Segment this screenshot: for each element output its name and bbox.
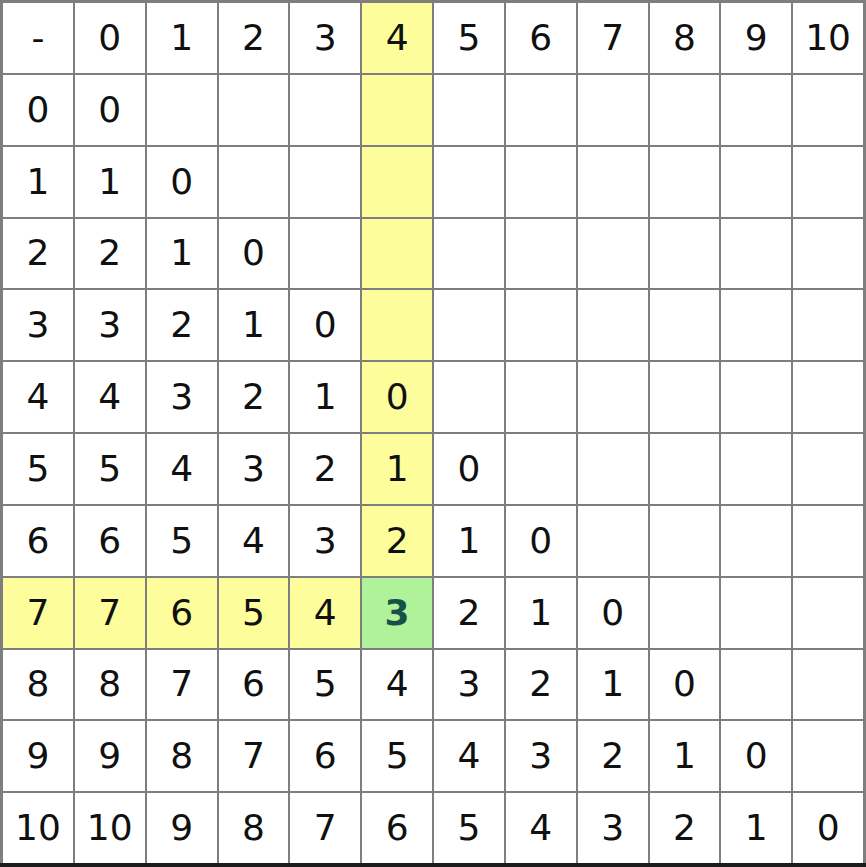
cell-r10-c9: 1 — [721, 793, 791, 863]
cell-r6-c4: 2 — [362, 506, 432, 576]
cell-r3-c1: 2 — [147, 290, 217, 360]
cell-r7-c3: 4 — [290, 578, 360, 648]
cell-r9-c2: 7 — [219, 721, 289, 791]
cell-r0-c5 — [434, 75, 504, 145]
subtraction-grid: -012345678910001102210332104432105543210… — [0, 0, 866, 867]
cell-r0-c2 — [219, 75, 289, 145]
cell-r3-c0: 3 — [75, 290, 145, 360]
cell-r4-c0: 4 — [75, 362, 145, 432]
cell-r9-c1: 8 — [147, 721, 217, 791]
cell-r0-c10 — [793, 75, 863, 145]
row-header-0: 0 — [3, 75, 73, 145]
cell-r0-c7 — [578, 75, 648, 145]
cell-r1-c1: 0 — [147, 147, 217, 217]
row-header-2: 2 — [3, 219, 73, 289]
row-header-3: 3 — [3, 290, 73, 360]
subtraction-chart: -012345678910001102210332104432105543210… — [0, 0, 866, 867]
cell-r3-c5 — [434, 290, 504, 360]
cell-r2-c3 — [290, 219, 360, 289]
cell-r1-c5 — [434, 147, 504, 217]
cell-r1-c7 — [578, 147, 648, 217]
cell-r9-c9: 0 — [721, 721, 791, 791]
cell-r7-c8 — [650, 578, 720, 648]
cell-r5-c5: 0 — [434, 434, 504, 504]
cell-r9-c8: 1 — [650, 721, 720, 791]
cell-r7-c4: 3 — [362, 578, 432, 648]
cell-r1-c3 — [290, 147, 360, 217]
cell-r7-c1: 6 — [147, 578, 217, 648]
cell-r1-c10 — [793, 147, 863, 217]
cell-r2-c1: 1 — [147, 219, 217, 289]
cell-r10-c3: 7 — [290, 793, 360, 863]
cell-r9-c4: 5 — [362, 721, 432, 791]
cell-r7-c6: 1 — [506, 578, 576, 648]
column-header-9: 9 — [721, 3, 791, 73]
cell-r10-c7: 3 — [578, 793, 648, 863]
cell-r6-c7 — [578, 506, 648, 576]
cell-r4-c5 — [434, 362, 504, 432]
cell-r5-c6 — [506, 434, 576, 504]
row-header-6: 6 — [3, 506, 73, 576]
cell-r5-c7 — [578, 434, 648, 504]
cell-r1-c4 — [362, 147, 432, 217]
cell-r2-c9 — [721, 219, 791, 289]
cell-r7-c2: 5 — [219, 578, 289, 648]
cell-r5-c2: 3 — [219, 434, 289, 504]
cell-r5-c10 — [793, 434, 863, 504]
cell-r10-c1: 9 — [147, 793, 217, 863]
cell-r10-c0: 10 — [75, 793, 145, 863]
cell-r9-c3: 6 — [290, 721, 360, 791]
cell-r4-c9 — [721, 362, 791, 432]
cell-r6-c2: 4 — [219, 506, 289, 576]
cell-r1-c8 — [650, 147, 720, 217]
row-header-8: 8 — [3, 650, 73, 720]
cell-r10-c8: 2 — [650, 793, 720, 863]
cell-r5-c8 — [650, 434, 720, 504]
corner-cell: - — [3, 3, 73, 73]
cell-r8-c6: 2 — [506, 650, 576, 720]
cell-r4-c3: 1 — [290, 362, 360, 432]
cell-r7-c0: 7 — [75, 578, 145, 648]
cell-r4-c7 — [578, 362, 648, 432]
cell-r3-c2: 1 — [219, 290, 289, 360]
cell-r5-c0: 5 — [75, 434, 145, 504]
cell-r9-c10 — [793, 721, 863, 791]
cell-r2-c5 — [434, 219, 504, 289]
cell-r8-c1: 7 — [147, 650, 217, 720]
cell-r8-c2: 6 — [219, 650, 289, 720]
cell-r3-c7 — [578, 290, 648, 360]
row-header-4: 4 — [3, 362, 73, 432]
cell-r2-c8 — [650, 219, 720, 289]
cell-r10-c2: 8 — [219, 793, 289, 863]
cell-r0-c1 — [147, 75, 217, 145]
cell-r3-c8 — [650, 290, 720, 360]
column-header-0: 0 — [75, 3, 145, 73]
cell-r5-c1: 4 — [147, 434, 217, 504]
cell-r8-c9 — [721, 650, 791, 720]
row-header-9: 9 — [3, 721, 73, 791]
cell-r10-c6: 4 — [506, 793, 576, 863]
cell-r2-c4 — [362, 219, 432, 289]
cell-r8-c10 — [793, 650, 863, 720]
cell-r3-c10 — [793, 290, 863, 360]
column-header-5: 5 — [434, 3, 504, 73]
cell-r6-c5: 1 — [434, 506, 504, 576]
cell-r1-c6 — [506, 147, 576, 217]
cell-r8-c3: 5 — [290, 650, 360, 720]
cell-r7-c5: 2 — [434, 578, 504, 648]
cell-r2-c6 — [506, 219, 576, 289]
column-header-6: 6 — [506, 3, 576, 73]
cell-r6-c3: 3 — [290, 506, 360, 576]
cell-r5-c9 — [721, 434, 791, 504]
cell-r0-c6 — [506, 75, 576, 145]
column-header-10: 10 — [793, 3, 863, 73]
cell-r2-c10 — [793, 219, 863, 289]
cell-r4-c2: 2 — [219, 362, 289, 432]
cell-r1-c0: 1 — [75, 147, 145, 217]
cell-r4-c4: 0 — [362, 362, 432, 432]
cell-r5-c3: 2 — [290, 434, 360, 504]
cell-r1-c9 — [721, 147, 791, 217]
cell-r3-c3: 0 — [290, 290, 360, 360]
column-header-1: 1 — [147, 3, 217, 73]
column-header-7: 7 — [578, 3, 648, 73]
cell-r6-c8 — [650, 506, 720, 576]
cell-r0-c3 — [290, 75, 360, 145]
cell-r0-c8 — [650, 75, 720, 145]
column-header-3: 3 — [290, 3, 360, 73]
cell-r8-c0: 8 — [75, 650, 145, 720]
cell-r1-c2 — [219, 147, 289, 217]
cell-r10-c10: 0 — [793, 793, 863, 863]
cell-r6-c6: 0 — [506, 506, 576, 576]
cell-r4-c6 — [506, 362, 576, 432]
cell-r9-c5: 4 — [434, 721, 504, 791]
row-header-7: 7 — [3, 578, 73, 648]
cell-r4-c10 — [793, 362, 863, 432]
cell-r2-c2: 0 — [219, 219, 289, 289]
cell-r7-c9 — [721, 578, 791, 648]
cell-r0-c9 — [721, 75, 791, 145]
cell-r4-c1: 3 — [147, 362, 217, 432]
cell-r2-c0: 2 — [75, 219, 145, 289]
cell-r4-c8 — [650, 362, 720, 432]
cell-r0-c0: 0 — [75, 75, 145, 145]
row-header-1: 1 — [3, 147, 73, 217]
cell-r10-c4: 6 — [362, 793, 432, 863]
cell-r10-c5: 5 — [434, 793, 504, 863]
cell-r0-c4 — [362, 75, 432, 145]
cell-r8-c7: 1 — [578, 650, 648, 720]
column-header-8: 8 — [650, 3, 720, 73]
cell-r3-c4 — [362, 290, 432, 360]
cell-r7-c10 — [793, 578, 863, 648]
cell-r9-c0: 9 — [75, 721, 145, 791]
cell-r6-c0: 6 — [75, 506, 145, 576]
column-header-2: 2 — [219, 3, 289, 73]
cell-r6-c9 — [721, 506, 791, 576]
cell-r8-c4: 4 — [362, 650, 432, 720]
column-header-4: 4 — [362, 3, 432, 73]
cell-r8-c5: 3 — [434, 650, 504, 720]
cell-r9-c7: 2 — [578, 721, 648, 791]
cell-r2-c7 — [578, 219, 648, 289]
cell-r9-c6: 3 — [506, 721, 576, 791]
cell-r6-c1: 5 — [147, 506, 217, 576]
row-header-5: 5 — [3, 434, 73, 504]
cell-r5-c4: 1 — [362, 434, 432, 504]
cell-r6-c10 — [793, 506, 863, 576]
row-header-10: 10 — [3, 793, 73, 863]
cell-r3-c6 — [506, 290, 576, 360]
cell-r7-c7: 0 — [578, 578, 648, 648]
cell-r8-c8: 0 — [650, 650, 720, 720]
cell-r3-c9 — [721, 290, 791, 360]
